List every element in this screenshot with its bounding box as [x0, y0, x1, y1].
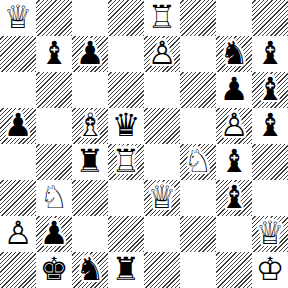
square-e6[interactable] [144, 72, 180, 108]
piece-black-pawn: ♟♟ [0, 108, 36, 144]
black-bishop-glyph: ♝ [220, 181, 249, 213]
square-f6[interactable] [180, 72, 216, 108]
square-c8[interactable] [72, 0, 108, 36]
black-pawn-halo: ♟ [40, 217, 69, 249]
square-d6[interactable] [108, 72, 144, 108]
white-rook-halo: ♜ [148, 1, 177, 33]
piece-black-bishop: ♝♝ [36, 36, 72, 72]
square-f7[interactable] [180, 36, 216, 72]
square-c6[interactable] [72, 72, 108, 108]
square-g5[interactable]: ♟♟♙ [216, 108, 252, 144]
square-g4[interactable]: ♝♝ [216, 144, 252, 180]
square-e2[interactable] [144, 216, 180, 252]
square-b4[interactable] [36, 144, 72, 180]
black-pawn-glyph: ♟ [40, 217, 69, 249]
piece-black-knight: ♞♞ [216, 36, 252, 72]
piece-black-bishop: ♝♝ [252, 108, 288, 144]
piece-black-rook: ♜♜ [108, 252, 144, 288]
white-queen-fill: ♛ [148, 181, 177, 213]
piece-black-queen: ♛♛ [108, 108, 144, 144]
black-bishop-halo: ♝ [220, 181, 249, 213]
black-bishop-glyph: ♝ [220, 145, 249, 177]
white-knight-glyph: ♘ [184, 145, 213, 177]
square-e8[interactable]: ♜♜♖ [144, 0, 180, 36]
square-g1[interactable] [216, 252, 252, 288]
white-pawn-fill: ♟ [4, 217, 33, 249]
square-f2[interactable] [180, 216, 216, 252]
piece-white-knight: ♞♞♘ [180, 144, 216, 180]
piece-black-bishop: ♝♝ [216, 180, 252, 216]
square-e5[interactable] [144, 108, 180, 144]
piece-black-bishop: ♝♝ [216, 144, 252, 180]
square-b1[interactable]: ♚♚ [36, 252, 72, 288]
black-pawn-halo: ♟ [4, 109, 33, 141]
white-pawn-halo: ♟ [148, 37, 177, 69]
white-knight-halo: ♞ [184, 145, 213, 177]
square-a7[interactable] [0, 36, 36, 72]
square-a4[interactable] [0, 144, 36, 180]
black-queen-glyph: ♛ [112, 109, 141, 141]
white-queen-halo: ♛ [256, 217, 285, 249]
black-pawn-glyph: ♟ [220, 73, 249, 105]
piece-black-bishop: ♝♝ [252, 36, 288, 72]
square-a2[interactable]: ♟♟♙ [0, 216, 36, 252]
black-knight-halo: ♞ [76, 253, 105, 285]
black-pawn-glyph: ♟ [4, 109, 33, 141]
piece-white-bishop: ♝♝♗ [72, 108, 108, 144]
square-e7[interactable]: ♟♟♙ [144, 36, 180, 72]
square-c5[interactable]: ♝♝♗ [72, 108, 108, 144]
black-bishop-glyph: ♝ [256, 37, 285, 69]
black-bishop-halo: ♝ [256, 37, 285, 69]
white-rook-fill: ♜ [112, 145, 141, 177]
square-c4[interactable]: ♜♜ [72, 144, 108, 180]
square-e1[interactable] [144, 252, 180, 288]
white-pawn-fill: ♟ [220, 109, 249, 141]
square-c3[interactable] [72, 180, 108, 216]
white-queen-glyph: ♕ [148, 181, 177, 213]
square-d7[interactable] [108, 36, 144, 72]
piece-white-queen: ♛♛♕ [252, 216, 288, 252]
white-knight-fill: ♞ [184, 145, 213, 177]
square-f3[interactable] [180, 180, 216, 216]
black-bishop-glyph: ♝ [256, 73, 285, 105]
white-pawn-fill: ♟ [148, 37, 177, 69]
black-king-halo: ♚ [40, 253, 69, 285]
white-pawn-glyph: ♙ [220, 109, 249, 141]
square-b5[interactable] [36, 108, 72, 144]
white-bishop-fill: ♝ [76, 109, 105, 141]
piece-white-queen: ♛♛♕ [144, 180, 180, 216]
white-king-halo: ♚ [256, 253, 285, 285]
square-a3[interactable] [0, 180, 36, 216]
piece-black-pawn: ♟♟ [72, 36, 108, 72]
square-f1[interactable] [180, 252, 216, 288]
black-rook-glyph: ♜ [76, 145, 105, 177]
square-h4[interactable] [252, 144, 288, 180]
square-b7[interactable]: ♝♝ [36, 36, 72, 72]
piece-black-pawn: ♟♟ [216, 72, 252, 108]
square-e4[interactable] [144, 144, 180, 180]
white-pawn-halo: ♟ [220, 109, 249, 141]
square-g2[interactable] [216, 216, 252, 252]
black-rook-halo: ♜ [76, 145, 105, 177]
piece-black-rook: ♜♜ [72, 144, 108, 180]
white-rook-glyph: ♖ [112, 145, 141, 177]
square-c7[interactable]: ♟♟ [72, 36, 108, 72]
square-b3[interactable]: ♞♞♘ [36, 180, 72, 216]
piece-white-king: ♚♚♔ [252, 252, 288, 288]
black-bishop-glyph: ♝ [40, 37, 69, 69]
white-pawn-glyph: ♙ [4, 217, 33, 249]
black-pawn-halo: ♟ [76, 37, 105, 69]
square-c1[interactable]: ♞♞ [72, 252, 108, 288]
black-king-glyph: ♚ [40, 253, 69, 285]
square-h2[interactable]: ♛♛♕ [252, 216, 288, 252]
square-b6[interactable] [36, 72, 72, 108]
piece-black-pawn: ♟♟ [36, 216, 72, 252]
white-bishop-glyph: ♗ [76, 109, 105, 141]
square-g8[interactable] [216, 0, 252, 36]
white-knight-fill: ♞ [40, 181, 69, 213]
square-f5[interactable] [180, 108, 216, 144]
square-b8[interactable] [36, 0, 72, 36]
white-queen-halo: ♛ [148, 181, 177, 213]
piece-white-knight: ♞♞♘ [36, 180, 72, 216]
piece-white-rook: ♜♜♖ [144, 0, 180, 36]
white-rook-glyph: ♖ [148, 1, 177, 33]
white-queen-fill: ♛ [256, 217, 285, 249]
white-king-fill: ♚ [256, 253, 285, 285]
white-knight-glyph: ♘ [40, 181, 69, 213]
white-queen-halo: ♛ [4, 1, 33, 33]
black-bishop-halo: ♝ [220, 145, 249, 177]
piece-white-pawn: ♟♟♙ [216, 108, 252, 144]
white-queen-glyph: ♕ [4, 1, 33, 33]
piece-white-pawn: ♟♟♙ [0, 216, 36, 252]
square-d8[interactable] [108, 0, 144, 36]
square-g3[interactable]: ♝♝ [216, 180, 252, 216]
square-d1[interactable]: ♜♜ [108, 252, 144, 288]
square-c2[interactable] [72, 216, 108, 252]
white-queen-glyph: ♕ [256, 217, 285, 249]
piece-black-king: ♚♚ [36, 252, 72, 288]
white-queen-fill: ♛ [4, 1, 33, 33]
square-e3[interactable]: ♛♛♕ [144, 180, 180, 216]
black-bishop-glyph: ♝ [256, 109, 285, 141]
square-a1[interactable] [0, 252, 36, 288]
piece-white-queen: ♛♛♕ [0, 0, 36, 36]
square-d3[interactable] [108, 180, 144, 216]
white-rook-halo: ♜ [112, 145, 141, 177]
piece-black-knight: ♞♞ [72, 252, 108, 288]
square-a5[interactable]: ♟♟ [0, 108, 36, 144]
square-d5[interactable]: ♛♛ [108, 108, 144, 144]
white-bishop-halo: ♝ [76, 109, 105, 141]
black-queen-halo: ♛ [112, 109, 141, 141]
square-h5[interactable]: ♝♝ [252, 108, 288, 144]
square-g6[interactable]: ♟♟ [216, 72, 252, 108]
black-bishop-halo: ♝ [256, 109, 285, 141]
square-h6[interactable]: ♝♝ [252, 72, 288, 108]
square-a8[interactable]: ♛♛♕ [0, 0, 36, 36]
square-f8[interactable] [180, 0, 216, 36]
square-h1[interactable]: ♚♚♔ [252, 252, 288, 288]
square-g7[interactable]: ♞♞ [216, 36, 252, 72]
black-pawn-glyph: ♟ [76, 37, 105, 69]
piece-white-pawn: ♟♟♙ [144, 36, 180, 72]
white-pawn-glyph: ♙ [148, 37, 177, 69]
black-rook-glyph: ♜ [112, 253, 141, 285]
black-knight-glyph: ♞ [76, 253, 105, 285]
square-h3[interactable] [252, 180, 288, 216]
black-bishop-halo: ♝ [256, 73, 285, 105]
square-h8[interactable] [252, 0, 288, 36]
white-knight-halo: ♞ [40, 181, 69, 213]
black-pawn-halo: ♟ [220, 73, 249, 105]
black-knight-glyph: ♞ [220, 37, 249, 69]
square-f4[interactable]: ♞♞♘ [180, 144, 216, 180]
square-d2[interactable] [108, 216, 144, 252]
square-b2[interactable]: ♟♟ [36, 216, 72, 252]
piece-black-bishop: ♝♝ [252, 72, 288, 108]
square-d4[interactable]: ♜♜♖ [108, 144, 144, 180]
chess-board: ♛♛♕♜♜♖♝♝♟♟♟♟♙♞♞♝♝♟♟♝♝♟♟♝♝♗♛♛♟♟♙♝♝♜♜♜♜♖♞♞… [0, 0, 288, 288]
black-bishop-halo: ♝ [40, 37, 69, 69]
black-knight-halo: ♞ [220, 37, 249, 69]
white-pawn-halo: ♟ [4, 217, 33, 249]
white-rook-fill: ♜ [148, 1, 177, 33]
black-rook-halo: ♜ [112, 253, 141, 285]
white-king-glyph: ♔ [256, 253, 285, 285]
square-a6[interactable] [0, 72, 36, 108]
square-h7[interactable]: ♝♝ [252, 36, 288, 72]
piece-white-rook: ♜♜♖ [108, 144, 144, 180]
